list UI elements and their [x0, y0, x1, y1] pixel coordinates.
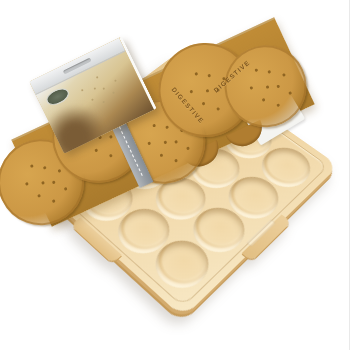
- product-photo-canvas: { "scene": { "type": "product photo", "b…: [0, 0, 350, 350]
